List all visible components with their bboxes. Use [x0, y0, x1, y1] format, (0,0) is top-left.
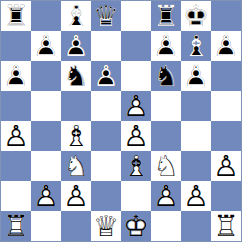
white-queen: ♕	[91, 211, 121, 241]
black-queen-fill: ♛	[91, 1, 121, 31]
square-a5[interactable]	[1, 91, 31, 121]
black-pawn-fill: ♟	[181, 61, 211, 91]
black-king-fill: ♚	[181, 1, 211, 31]
square-d7[interactable]	[91, 31, 121, 61]
square-h3[interactable]: ♟♙	[211, 151, 241, 181]
square-e4[interactable]: ♟♙	[121, 121, 151, 151]
black-pawn-fill: ♟	[151, 31, 181, 61]
white-rook: ♖	[1, 211, 31, 241]
square-c2[interactable]: ♟♙	[61, 181, 91, 211]
black-bishop: ♗	[181, 31, 211, 61]
white-king-fill: ♚	[121, 211, 151, 241]
white-bishop: ♗	[61, 121, 91, 151]
white-pawn: ♙	[121, 91, 151, 121]
black-queen: ♕	[91, 1, 121, 31]
black-bishop-fill: ♝	[61, 1, 91, 31]
white-pawn-fill: ♟	[1, 121, 31, 151]
square-e1[interactable]: ♚♔	[121, 211, 151, 241]
black-rook-fill: ♜	[1, 1, 31, 31]
black-pawn: ♙	[31, 31, 61, 61]
white-pawn-fill: ♟	[151, 181, 181, 211]
square-c3[interactable]: ♞♘	[61, 151, 91, 181]
square-h2[interactable]	[211, 181, 241, 211]
black-rook: ♖	[151, 1, 181, 31]
black-pawn: ♙	[181, 61, 211, 91]
square-d6[interactable]: ♟♙	[91, 61, 121, 91]
white-knight-fill: ♞	[61, 151, 91, 181]
white-pawn: ♙	[31, 181, 61, 211]
white-knight-fill: ♞	[151, 151, 181, 181]
white-pawn-fill: ♟	[61, 181, 91, 211]
black-pawn-fill: ♟	[91, 61, 121, 91]
white-king: ♔	[121, 211, 151, 241]
square-d4[interactable]	[91, 121, 121, 151]
square-e5[interactable]: ♟♙	[121, 91, 151, 121]
black-knight: ♘	[61, 61, 91, 91]
square-a3[interactable]	[1, 151, 31, 181]
white-pawn-fill: ♟	[121, 121, 151, 151]
square-f4[interactable]	[151, 121, 181, 151]
black-rook: ♖	[1, 1, 31, 31]
square-e8[interactable]	[121, 1, 151, 31]
white-pawn-fill: ♟	[31, 181, 61, 211]
white-pawn-fill: ♟	[211, 151, 241, 181]
white-pawn: ♙	[151, 181, 181, 211]
square-c4[interactable]: ♝♗	[61, 121, 91, 151]
black-pawn: ♙	[151, 31, 181, 61]
square-a1[interactable]: ♜♖	[1, 211, 31, 241]
square-d5[interactable]	[91, 91, 121, 121]
square-h1[interactable]: ♜♖	[211, 211, 241, 241]
square-g4[interactable]	[181, 121, 211, 151]
square-g3[interactable]	[181, 151, 211, 181]
white-knight: ♘	[151, 151, 181, 181]
white-pawn: ♙	[181, 181, 211, 211]
white-bishop: ♗	[121, 151, 151, 181]
black-bishop: ♗	[61, 1, 91, 31]
square-f1[interactable]	[151, 211, 181, 241]
square-g1[interactable]	[181, 211, 211, 241]
square-d1[interactable]: ♛♕	[91, 211, 121, 241]
black-pawn: ♙	[61, 31, 91, 61]
black-pawn: ♙	[1, 61, 31, 91]
square-h4[interactable]	[211, 121, 241, 151]
square-b2[interactable]: ♟♙	[31, 181, 61, 211]
black-knight: ♘	[151, 61, 181, 91]
white-pawn: ♙	[61, 181, 91, 211]
white-pawn-fill: ♟	[181, 181, 211, 211]
square-c1[interactable]	[61, 211, 91, 241]
black-bishop-fill: ♝	[181, 31, 211, 61]
square-g6[interactable]: ♟♙	[181, 61, 211, 91]
square-e2[interactable]	[121, 181, 151, 211]
square-c6[interactable]: ♞♘	[61, 61, 91, 91]
square-e6[interactable]	[121, 61, 151, 91]
square-f8[interactable]: ♜♖	[151, 1, 181, 31]
square-c5[interactable]	[61, 91, 91, 121]
square-g2[interactable]: ♟♙	[181, 181, 211, 211]
white-rook-fill: ♜	[211, 211, 241, 241]
black-pawn-fill: ♟	[211, 31, 241, 61]
square-a8[interactable]: ♜♖	[1, 1, 31, 31]
square-c8[interactable]: ♝♗	[61, 1, 91, 31]
white-pawn: ♙	[1, 121, 31, 151]
square-b5[interactable]	[31, 91, 61, 121]
square-b1[interactable]	[31, 211, 61, 241]
square-d8[interactable]: ♛♕	[91, 1, 121, 31]
square-f7[interactable]: ♟♙	[151, 31, 181, 61]
square-a7[interactable]	[1, 31, 31, 61]
square-e3[interactable]: ♝♗	[121, 151, 151, 181]
white-pawn: ♙	[211, 151, 241, 181]
square-d3[interactable]	[91, 151, 121, 181]
square-h7[interactable]: ♟♙	[211, 31, 241, 61]
square-h8[interactable]	[211, 1, 241, 31]
chess-board: ♜♖♝♗♛♕♜♖♚♔♟♙♟♙♟♙♝♗♟♙♟♙♞♘♟♙♞♘♟♙♟♙♟♙♝♗♟♙♞♘…	[0, 0, 242, 242]
white-pawn-fill: ♟	[121, 91, 151, 121]
square-f5[interactable]	[151, 91, 181, 121]
square-g8[interactable]: ♚♔	[181, 1, 211, 31]
square-f6[interactable]: ♞♘	[151, 61, 181, 91]
square-e7[interactable]	[121, 31, 151, 61]
square-h6[interactable]	[211, 61, 241, 91]
black-pawn-fill: ♟	[1, 61, 31, 91]
black-pawn-fill: ♟	[31, 31, 61, 61]
black-knight-fill: ♞	[151, 61, 181, 91]
square-b8[interactable]	[31, 1, 61, 31]
black-pawn-fill: ♟	[61, 31, 91, 61]
white-queen-fill: ♛	[91, 211, 121, 241]
square-g7[interactable]: ♝♗	[181, 31, 211, 61]
square-g5[interactable]	[181, 91, 211, 121]
square-a4[interactable]: ♟♙	[1, 121, 31, 151]
square-b4[interactable]	[31, 121, 61, 151]
black-knight-fill: ♞	[61, 61, 91, 91]
square-b7[interactable]: ♟♙	[31, 31, 61, 61]
square-a6[interactable]: ♟♙	[1, 61, 31, 91]
white-pawn: ♙	[121, 121, 151, 151]
square-h5[interactable]	[211, 91, 241, 121]
square-b6[interactable]	[31, 61, 61, 91]
white-rook-fill: ♜	[1, 211, 31, 241]
square-d2[interactable]	[91, 181, 121, 211]
white-bishop-fill: ♝	[61, 121, 91, 151]
white-bishop-fill: ♝	[121, 151, 151, 181]
white-knight: ♘	[61, 151, 91, 181]
square-a2[interactable]	[1, 181, 31, 211]
black-pawn: ♙	[211, 31, 241, 61]
black-pawn: ♙	[91, 61, 121, 91]
square-c7[interactable]: ♟♙	[61, 31, 91, 61]
square-f2[interactable]: ♟♙	[151, 181, 181, 211]
square-f3[interactable]: ♞♘	[151, 151, 181, 181]
white-rook: ♖	[211, 211, 241, 241]
black-king: ♔	[181, 1, 211, 31]
black-rook-fill: ♜	[151, 1, 181, 31]
square-b3[interactable]	[31, 151, 61, 181]
